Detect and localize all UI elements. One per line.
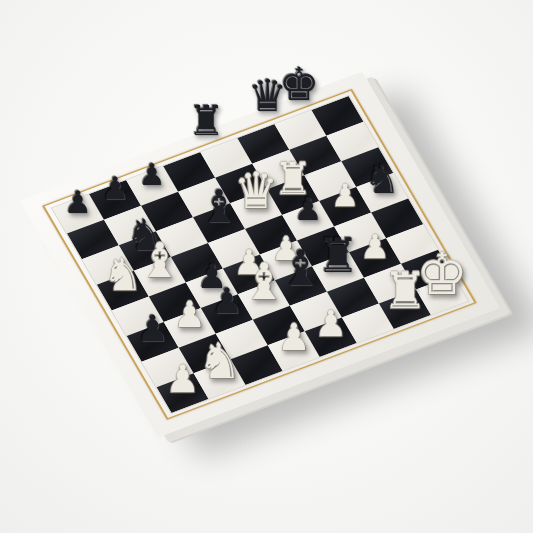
chess-piece-white-bishop[interactable]: ♝ bbox=[138, 235, 181, 283]
chess-piece-black-pawn[interactable]: ♟ bbox=[211, 284, 242, 319]
chess-piece-black-bishop[interactable]: ♝ bbox=[199, 184, 239, 229]
chess-piece-white-rook[interactable]: ♜ bbox=[383, 266, 428, 316]
chess-piece-black-pawn[interactable]: ♟ bbox=[294, 193, 323, 225]
chess-piece-white-bishop[interactable]: ♝ bbox=[241, 257, 286, 307]
chess-piece-black-pawn[interactable]: ♟ bbox=[139, 160, 166, 190]
product-photo-scene: ♟♟♟♞♝♟♞♟♟♟♝♜♛♜♞♝♟♟♟♟♝♟♟♞♟♟♜♚♜♛♚ bbox=[0, 0, 533, 533]
chess-piece-black-pawn[interactable]: ♟ bbox=[64, 187, 92, 218]
chess-piece-white-pawn[interactable]: ♟ bbox=[360, 230, 390, 263]
chess-piece-white-queen[interactable]: ♛ bbox=[234, 166, 279, 216]
chess-piece-black-pawn[interactable]: ♟ bbox=[137, 311, 169, 347]
chess-piece-white-pawn[interactable]: ♟ bbox=[331, 180, 359, 211]
chess-piece-white-pawn[interactable]: ♟ bbox=[315, 306, 347, 342]
chess-piece-black-knight[interactable]: ♞ bbox=[364, 158, 400, 198]
chess-piece-white-pawn[interactable]: ♟ bbox=[166, 360, 200, 398]
chess-piece-black-pawn[interactable]: ♟ bbox=[101, 173, 129, 204]
chess-piece-black-rook[interactable]: ♜ bbox=[317, 231, 360, 279]
chess-piece-white-pawn[interactable]: ♟ bbox=[277, 319, 310, 356]
chess-piece-white-knight[interactable]: ♞ bbox=[198, 337, 242, 386]
chess-piece-white-pawn[interactable]: ♟ bbox=[174, 297, 206, 333]
frame-chess-piece-black-queen[interactable]: ♛ bbox=[248, 75, 287, 119]
frame-chess-piece-black-rook[interactable]: ♜ bbox=[188, 100, 225, 141]
chess-piece-white-knight[interactable]: ♞ bbox=[103, 252, 143, 297]
